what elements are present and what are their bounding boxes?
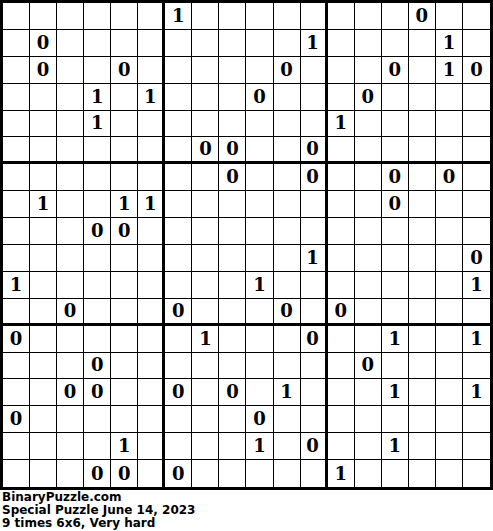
cell-r7c5-empty[interactable] [111, 164, 138, 191]
cell-r18c14-empty[interactable] [355, 460, 382, 487]
cell-r15c8-empty[interactable] [192, 379, 219, 406]
cell-r8c5-given-1: 1 [111, 191, 138, 218]
cell-r2c11-empty[interactable] [274, 30, 301, 57]
cell-r11c13-empty[interactable] [328, 272, 355, 299]
cell-r1c6-empty[interactable] [138, 3, 165, 30]
puzzle-subtitle: 9 times 6x6, Very hard [2, 517, 195, 530]
cell-r17c11-empty[interactable] [274, 433, 301, 460]
cell-r3c8-empty[interactable] [192, 57, 219, 84]
cell-r11c7-empty[interactable] [165, 272, 192, 299]
cell-r5c16-empty[interactable] [409, 111, 436, 138]
cell-r5c18-empty[interactable] [463, 111, 490, 138]
cell-r3c4-empty[interactable] [84, 57, 111, 84]
cell-r4c2-empty[interactable] [30, 84, 57, 111]
cell-r14c11-empty[interactable] [274, 353, 301, 380]
cell-r14c13-empty[interactable] [328, 353, 355, 380]
cell-r4c18-empty[interactable] [463, 84, 490, 111]
cell-r5c8-empty[interactable] [192, 111, 219, 138]
cell-r1c10-empty[interactable] [246, 3, 273, 30]
cell-r17c8-empty[interactable] [192, 433, 219, 460]
cell-r5c7-empty[interactable] [165, 111, 192, 138]
cell-r18c18-empty[interactable] [463, 460, 490, 487]
cell-r1c17-empty[interactable] [436, 3, 463, 30]
cell-r8c16-empty[interactable] [409, 191, 436, 218]
cell-r12c16-empty[interactable] [409, 299, 436, 326]
cell-r16c17-empty[interactable] [436, 406, 463, 433]
cell-r5c11-empty[interactable] [274, 111, 301, 138]
cell-r9c9-empty[interactable] [219, 218, 246, 245]
cell-r17c2-empty[interactable] [30, 433, 57, 460]
cell-r7c2-empty[interactable] [30, 164, 57, 191]
cell-r4c12-empty[interactable] [301, 84, 328, 111]
cell-r6c8-given-0: 0 [192, 137, 219, 164]
cell-r9c10-empty[interactable] [246, 218, 273, 245]
cell-r16c11-empty[interactable] [274, 406, 301, 433]
cell-r18c6-empty[interactable] [138, 460, 165, 487]
cell-r17c17-empty[interactable] [436, 433, 463, 460]
cell-r13c11-empty[interactable] [274, 326, 301, 353]
cell-r2c17-given-1: 1 [436, 30, 463, 57]
cell-r1c1-empty[interactable] [3, 3, 30, 30]
cell-r13c8-given-1: 1 [192, 326, 219, 353]
cell-r12c11-given-0: 0 [274, 299, 301, 326]
cell-r12c6-empty[interactable] [138, 299, 165, 326]
cell-r3c12-empty[interactable] [301, 57, 328, 84]
cell-r14c8-empty[interactable] [192, 353, 219, 380]
cell-r14c9-empty[interactable] [219, 353, 246, 380]
cell-r5c14-empty[interactable] [355, 111, 382, 138]
cell-r3c17-given-1: 1 [436, 57, 463, 84]
cell-r8c11-empty[interactable] [274, 191, 301, 218]
cell-r7c6-empty[interactable] [138, 164, 165, 191]
cell-r12c8-empty[interactable] [192, 299, 219, 326]
cell-r2c14-empty[interactable] [355, 30, 382, 57]
cell-r11c6-empty[interactable] [138, 272, 165, 299]
cell-r8c9-empty[interactable] [219, 191, 246, 218]
cell-r8c18-empty[interactable] [463, 191, 490, 218]
cell-r9c14-empty[interactable] [355, 218, 382, 245]
cell-r7c7-empty[interactable] [165, 164, 192, 191]
cell-r14c16-empty[interactable] [409, 353, 436, 380]
cell-r3c15-given-0: 0 [382, 57, 409, 84]
cell-r12c4-empty[interactable] [84, 299, 111, 326]
cell-r6c10-empty[interactable] [246, 137, 273, 164]
cell-r3c3-empty[interactable] [57, 57, 84, 84]
cell-r8c12-empty[interactable] [301, 191, 328, 218]
cell-r9c6-empty[interactable] [138, 218, 165, 245]
cell-r15c14-empty[interactable] [355, 379, 382, 406]
cell-r13c18-given-1: 1 [463, 326, 490, 353]
cell-r13c7-empty[interactable] [165, 326, 192, 353]
cell-r2c16-empty[interactable] [409, 30, 436, 57]
cell-r12c10-empty[interactable] [246, 299, 273, 326]
cell-r18c1-empty[interactable] [3, 460, 30, 487]
cell-r1c18-empty[interactable] [463, 3, 490, 30]
cell-r18c4-given-0: 0 [84, 460, 111, 487]
cell-r11c14-empty[interactable] [355, 272, 382, 299]
cell-r15c7-given-0: 0 [165, 379, 192, 406]
cell-r8c6-given-1: 1 [138, 191, 165, 218]
cell-r13c16-empty[interactable] [409, 326, 436, 353]
cell-r6c16-empty[interactable] [409, 137, 436, 164]
cell-r7c8-empty[interactable] [192, 164, 219, 191]
cell-r10c17-empty[interactable] [436, 245, 463, 272]
cell-r2c4-empty[interactable] [84, 30, 111, 57]
cell-r8c7-empty[interactable] [165, 191, 192, 218]
cell-r4c13-empty[interactable] [328, 84, 355, 111]
cell-r14c7-empty[interactable] [165, 353, 192, 380]
cell-r8c14-empty[interactable] [355, 191, 382, 218]
cell-r2c5-empty[interactable] [111, 30, 138, 57]
cell-r6c15-empty[interactable] [382, 137, 409, 164]
cell-r1c9-empty[interactable] [219, 3, 246, 30]
cell-r9c12-empty[interactable] [301, 218, 328, 245]
cell-r18c3-empty[interactable] [57, 460, 84, 487]
cell-r4c9-empty[interactable] [219, 84, 246, 111]
cell-r2c6-empty[interactable] [138, 30, 165, 57]
cell-r5c17-empty[interactable] [436, 111, 463, 138]
cell-r18c2-empty[interactable] [30, 460, 57, 487]
puzzle-board: 1001100001011001100000001110001011100000… [0, 0, 493, 490]
cell-r6c3-empty[interactable] [57, 137, 84, 164]
cell-r8c1-empty[interactable] [3, 191, 30, 218]
cell-r10c8-empty[interactable] [192, 245, 219, 272]
cell-r5c6-empty[interactable] [138, 111, 165, 138]
cell-r11c4-empty[interactable] [84, 272, 111, 299]
cell-r9c7-empty[interactable] [165, 218, 192, 245]
cell-r17c4-empty[interactable] [84, 433, 111, 460]
cell-r12c1-empty[interactable] [3, 299, 30, 326]
cell-r17c12-given-0: 0 [301, 433, 328, 460]
cell-r3c18-given-0: 0 [463, 57, 490, 84]
cell-r11c8-empty[interactable] [192, 272, 219, 299]
cell-r4c10-given-0: 0 [246, 84, 273, 111]
cell-r12c2-empty[interactable] [30, 299, 57, 326]
cell-r17c18-empty[interactable] [463, 433, 490, 460]
cell-r14c17-empty[interactable] [436, 353, 463, 380]
cell-r14c5-empty[interactable] [111, 353, 138, 380]
cell-r7c1-empty[interactable] [3, 164, 30, 191]
cell-r18c10-empty[interactable] [246, 460, 273, 487]
cell-r6c5-empty[interactable] [111, 137, 138, 164]
cell-r5c5-empty[interactable] [111, 111, 138, 138]
cell-r3c13-empty[interactable] [328, 57, 355, 84]
cell-r7c14-empty[interactable] [355, 164, 382, 191]
cell-r13c9-empty[interactable] [219, 326, 246, 353]
cell-r3c1-empty[interactable] [3, 57, 30, 84]
cell-r18c15-empty[interactable] [382, 460, 409, 487]
cell-r2c12-given-1: 1 [301, 30, 328, 57]
cell-r2c10-empty[interactable] [246, 30, 273, 57]
cell-r7c4-empty[interactable] [84, 164, 111, 191]
cell-r11c9-empty[interactable] [219, 272, 246, 299]
cell-r8c8-empty[interactable] [192, 191, 219, 218]
cell-r8c3-empty[interactable] [57, 191, 84, 218]
cell-r10c7-empty[interactable] [165, 245, 192, 272]
cell-r6c6-empty[interactable] [138, 137, 165, 164]
cell-r9c3-empty[interactable] [57, 218, 84, 245]
cell-r4c14-given-0: 0 [355, 84, 382, 111]
cell-r5c10-empty[interactable] [246, 111, 273, 138]
cell-r1c12-empty[interactable] [301, 3, 328, 30]
cell-r15c4-given-0: 0 [84, 379, 111, 406]
cell-r6c13-empty[interactable] [328, 137, 355, 164]
cell-r3c11-given-0: 0 [274, 57, 301, 84]
cell-r1c14-empty[interactable] [355, 3, 382, 30]
cell-r2c18-empty[interactable] [463, 30, 490, 57]
cell-r17c16-empty[interactable] [409, 433, 436, 460]
cell-r14c18-empty[interactable] [463, 353, 490, 380]
cell-r14c6-empty[interactable] [138, 353, 165, 380]
cell-r12c9-empty[interactable] [219, 299, 246, 326]
cell-r9c17-empty[interactable] [436, 218, 463, 245]
cell-r4c17-empty[interactable] [436, 84, 463, 111]
cell-r8c10-empty[interactable] [246, 191, 273, 218]
cell-r13c4-empty[interactable] [84, 326, 111, 353]
cell-r9c11-empty[interactable] [274, 218, 301, 245]
cell-r10c9-empty[interactable] [219, 245, 246, 272]
cell-r12c18-empty[interactable] [463, 299, 490, 326]
cell-r14c2-empty[interactable] [30, 353, 57, 380]
cell-r7c13-empty[interactable] [328, 164, 355, 191]
cell-r7c16-empty[interactable] [409, 164, 436, 191]
cell-r2c8-empty[interactable] [192, 30, 219, 57]
cell-r9c8-empty[interactable] [192, 218, 219, 245]
cell-r10c14-empty[interactable] [355, 245, 382, 272]
cell-r18c5-given-0: 0 [111, 460, 138, 487]
cell-r13c17-empty[interactable] [436, 326, 463, 353]
cell-r6c14-empty[interactable] [355, 137, 382, 164]
cell-r9c2-empty[interactable] [30, 218, 57, 245]
cell-r2c1-empty[interactable] [3, 30, 30, 57]
cell-r3c6-empty[interactable] [138, 57, 165, 84]
cell-r10c2-empty[interactable] [30, 245, 57, 272]
cell-r2c7-empty[interactable] [165, 30, 192, 57]
cell-r3c14-empty[interactable] [355, 57, 382, 84]
cell-r15c1-empty[interactable] [3, 379, 30, 406]
cell-r1c5-empty[interactable] [111, 3, 138, 30]
cell-r5c2-empty[interactable] [30, 111, 57, 138]
cell-r13c13-empty[interactable] [328, 326, 355, 353]
cell-r15c9-given-0: 0 [219, 379, 246, 406]
cell-r10c15-empty[interactable] [382, 245, 409, 272]
cell-r6c7-empty[interactable] [165, 137, 192, 164]
cell-r10c4-empty[interactable] [84, 245, 111, 272]
cell-r6c2-empty[interactable] [30, 137, 57, 164]
cell-r15c10-empty[interactable] [246, 379, 273, 406]
cell-r9c4-given-0: 0 [84, 218, 111, 245]
cell-r1c3-empty[interactable] [57, 3, 84, 30]
cell-r2c13-empty[interactable] [328, 30, 355, 57]
cell-r14c15-empty[interactable] [382, 353, 409, 380]
cell-r1c8-empty[interactable] [192, 3, 219, 30]
cell-r14c3-empty[interactable] [57, 353, 84, 380]
cell-r18c8-empty[interactable] [192, 460, 219, 487]
cell-r10c3-empty[interactable] [57, 245, 84, 272]
cell-r3c7-empty[interactable] [165, 57, 192, 84]
cell-r4c5-empty[interactable] [111, 84, 138, 111]
cell-r17c14-empty[interactable] [355, 433, 382, 460]
cell-r13c1-given-0: 0 [3, 326, 30, 353]
cell-r13c5-empty[interactable] [111, 326, 138, 353]
cell-r16c2-empty[interactable] [30, 406, 57, 433]
cell-r11c17-empty[interactable] [436, 272, 463, 299]
cell-r13c3-empty[interactable] [57, 326, 84, 353]
cell-r16c4-empty[interactable] [84, 406, 111, 433]
cell-r18c12-empty[interactable] [301, 460, 328, 487]
cell-r9c13-empty[interactable] [328, 218, 355, 245]
cell-r8c4-empty[interactable] [84, 191, 111, 218]
cell-r16c15-empty[interactable] [382, 406, 409, 433]
cell-r13c10-empty[interactable] [246, 326, 273, 353]
cell-r15c2-empty[interactable] [30, 379, 57, 406]
cell-r1c4-empty[interactable] [84, 3, 111, 30]
cell-r2c15-empty[interactable] [382, 30, 409, 57]
cell-r10c12-given-1: 1 [301, 245, 328, 272]
cell-r6c4-empty[interactable] [84, 137, 111, 164]
cell-r7c18-empty[interactable] [463, 164, 490, 191]
cell-r14c14-given-0: 0 [355, 353, 382, 380]
cell-r17c9-empty[interactable] [219, 433, 246, 460]
cell-r1c11-empty[interactable] [274, 3, 301, 30]
cell-r16c16-empty[interactable] [409, 406, 436, 433]
cell-r16c8-empty[interactable] [192, 406, 219, 433]
cell-r18c13-given-1: 1 [328, 460, 355, 487]
cell-r3c5-given-0: 0 [111, 57, 138, 84]
cell-r10c6-empty[interactable] [138, 245, 165, 272]
cell-r11c18-given-1: 1 [463, 272, 490, 299]
cell-r15c6-empty[interactable] [138, 379, 165, 406]
cell-r12c14-empty[interactable] [355, 299, 382, 326]
cell-r5c12-empty[interactable] [301, 111, 328, 138]
cell-r6c18-empty[interactable] [463, 137, 490, 164]
cell-r10c11-empty[interactable] [274, 245, 301, 272]
cell-r15c3-given-0: 0 [57, 379, 84, 406]
cell-r17c3-empty[interactable] [57, 433, 84, 460]
cell-r16c5-empty[interactable] [111, 406, 138, 433]
cell-r1c15-empty[interactable] [382, 3, 409, 30]
cell-r2c2-given-0: 0 [30, 30, 57, 57]
cell-r4c8-empty[interactable] [192, 84, 219, 111]
cell-r10c16-empty[interactable] [409, 245, 436, 272]
cell-r6c11-empty[interactable] [274, 137, 301, 164]
cell-r16c3-empty[interactable] [57, 406, 84, 433]
cell-r9c15-empty[interactable] [382, 218, 409, 245]
cell-r16c6-empty[interactable] [138, 406, 165, 433]
cell-r4c11-empty[interactable] [274, 84, 301, 111]
cell-r14c12-empty[interactable] [301, 353, 328, 380]
cell-r13c6-empty[interactable] [138, 326, 165, 353]
cell-r4c4-given-1: 1 [84, 84, 111, 111]
cell-r10c1-empty[interactable] [3, 245, 30, 272]
cell-r12c13-given-0: 0 [328, 299, 355, 326]
cell-r4c1-empty[interactable] [3, 84, 30, 111]
cell-r10c10-empty[interactable] [246, 245, 273, 272]
cell-r11c16-empty[interactable] [409, 272, 436, 299]
cell-r11c11-empty[interactable] [274, 272, 301, 299]
cell-r13c2-empty[interactable] [30, 326, 57, 353]
cell-r2c9-empty[interactable] [219, 30, 246, 57]
cell-r4c15-empty[interactable] [382, 84, 409, 111]
cell-r11c12-empty[interactable] [301, 272, 328, 299]
cell-r17c7-empty[interactable] [165, 433, 192, 460]
cell-r15c13-empty[interactable] [328, 379, 355, 406]
cell-r6c1-empty[interactable] [3, 137, 30, 164]
cell-r16c14-empty[interactable] [355, 406, 382, 433]
cell-r7c11-empty[interactable] [274, 164, 301, 191]
cell-r7c10-empty[interactable] [246, 164, 273, 191]
cell-r9c18-empty[interactable] [463, 218, 490, 245]
cell-r16c13-empty[interactable] [328, 406, 355, 433]
cell-r12c3-given-0: 0 [57, 299, 84, 326]
cell-r4c16-empty[interactable] [409, 84, 436, 111]
cell-r9c16-empty[interactable] [409, 218, 436, 245]
cell-r11c3-empty[interactable] [57, 272, 84, 299]
cell-r5c15-empty[interactable] [382, 111, 409, 138]
cell-r12c5-empty[interactable] [111, 299, 138, 326]
cell-r11c15-empty[interactable] [382, 272, 409, 299]
cell-r11c2-empty[interactable] [30, 272, 57, 299]
puzzle-page: 1001100001011001100000001110001011100000… [0, 0, 493, 531]
cell-r15c11-given-1: 1 [274, 379, 301, 406]
cell-r13c14-empty[interactable] [355, 326, 382, 353]
cell-r17c1-empty[interactable] [3, 433, 30, 460]
cell-r18c16-empty[interactable] [409, 460, 436, 487]
cell-r18c9-empty[interactable] [219, 460, 246, 487]
cell-r12c12-empty[interactable] [301, 299, 328, 326]
cell-r3c10-empty[interactable] [246, 57, 273, 84]
cell-r1c13-empty[interactable] [328, 3, 355, 30]
cell-r11c5-empty[interactable] [111, 272, 138, 299]
cell-r16c12-empty[interactable] [301, 406, 328, 433]
cell-r12c15-empty[interactable] [382, 299, 409, 326]
cell-r2c3-empty[interactable] [57, 30, 84, 57]
cell-r12c17-empty[interactable] [436, 299, 463, 326]
cell-r13c15-given-1: 1 [382, 326, 409, 353]
cell-r5c9-empty[interactable] [219, 111, 246, 138]
cell-r10c13-empty[interactable] [328, 245, 355, 272]
cell-r9c1-empty[interactable] [3, 218, 30, 245]
cell-r15c16-empty[interactable] [409, 379, 436, 406]
cell-r11c1-given-1: 1 [3, 272, 30, 299]
cell-r5c1-empty[interactable] [3, 111, 30, 138]
cell-r8c17-empty[interactable] [436, 191, 463, 218]
cell-r3c16-empty[interactable] [409, 57, 436, 84]
cell-r15c5-empty[interactable] [111, 379, 138, 406]
cell-r14c1-empty[interactable] [3, 353, 30, 380]
cell-r16c9-empty[interactable] [219, 406, 246, 433]
cell-r7c3-empty[interactable] [57, 164, 84, 191]
cell-r16c7-empty[interactable] [165, 406, 192, 433]
cell-r17c13-empty[interactable] [328, 433, 355, 460]
cell-r4c7-empty[interactable] [165, 84, 192, 111]
cell-r7c15-given-0: 0 [382, 164, 409, 191]
cell-r1c2-empty[interactable] [30, 3, 57, 30]
cell-r5c3-empty[interactable] [57, 111, 84, 138]
cell-r17c6-empty[interactable] [138, 433, 165, 460]
cell-r18c11-empty[interactable] [274, 460, 301, 487]
cell-r15c12-empty[interactable] [301, 379, 328, 406]
cell-r16c18-empty[interactable] [463, 406, 490, 433]
cell-r18c17-empty[interactable] [436, 460, 463, 487]
cell-r6c17-empty[interactable] [436, 137, 463, 164]
cell-r3c9-empty[interactable] [219, 57, 246, 84]
cell-r10c5-empty[interactable] [111, 245, 138, 272]
cell-r4c3-empty[interactable] [57, 84, 84, 111]
cell-r14c10-empty[interactable] [246, 353, 273, 380]
cell-r15c17-empty[interactable] [436, 379, 463, 406]
cell-r8c13-empty[interactable] [328, 191, 355, 218]
